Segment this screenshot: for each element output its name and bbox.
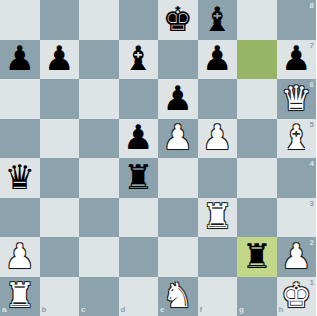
rank-label-3: 3 <box>310 200 314 208</box>
white-king-icon[interactable]: ♚ <box>281 278 311 312</box>
square-b6[interactable] <box>40 79 80 119</box>
square-f7[interactable]: ♟ <box>198 40 238 80</box>
black-bishop-icon[interactable]: ♝ <box>123 41 153 75</box>
rank-label-4: 4 <box>310 160 314 168</box>
white-pawn-icon[interactable]: ♟ <box>202 120 232 154</box>
square-f8[interactable]: ♝ <box>198 0 238 40</box>
square-e5[interactable]: ♟ <box>158 119 198 159</box>
square-c5[interactable] <box>79 119 119 159</box>
square-g2[interactable]: ♜ <box>237 237 277 277</box>
square-d1[interactable]: d <box>119 277 159 316</box>
black-rook-icon[interactable]: ♜ <box>123 160 153 194</box>
square-g1[interactable]: g <box>237 277 277 316</box>
square-b4[interactable] <box>40 158 80 198</box>
file-label-b: b <box>42 306 47 314</box>
square-d7[interactable]: ♝ <box>119 40 159 80</box>
chess-board-container: ♚♝8♟♟♝♟7♟♟6♛♟♟♟5♝♛♜4♜3♟♜2♟a♜bcde♞fg1h♚ <box>0 0 316 316</box>
black-pawn-icon[interactable]: ♟ <box>202 41 232 75</box>
square-d6[interactable] <box>119 79 159 119</box>
black-king-icon[interactable]: ♚ <box>163 2 193 36</box>
square-e3[interactable] <box>158 198 198 238</box>
square-a8[interactable] <box>0 0 40 40</box>
square-a5[interactable] <box>0 119 40 159</box>
square-g7[interactable] <box>237 40 277 80</box>
file-label-f: f <box>200 306 203 314</box>
square-h3[interactable]: 3 <box>277 198 317 238</box>
square-e2[interactable] <box>158 237 198 277</box>
white-bishop-icon[interactable]: ♝ <box>281 120 311 154</box>
square-c2[interactable] <box>79 237 119 277</box>
square-a7[interactable]: ♟ <box>0 40 40 80</box>
square-f6[interactable] <box>198 79 238 119</box>
square-e1[interactable]: e♞ <box>158 277 198 316</box>
square-h1[interactable]: 1h♚ <box>277 277 317 316</box>
file-label-c: c <box>81 306 85 314</box>
black-queen-icon[interactable]: ♛ <box>5 160 35 194</box>
square-f5[interactable]: ♟ <box>198 119 238 159</box>
square-e7[interactable] <box>158 40 198 80</box>
square-b3[interactable] <box>40 198 80 238</box>
square-a6[interactable] <box>0 79 40 119</box>
square-c4[interactable] <box>79 158 119 198</box>
white-rook-icon[interactable]: ♜ <box>202 199 232 233</box>
white-rook-icon[interactable]: ♜ <box>5 278 35 312</box>
white-pawn-icon[interactable]: ♟ <box>5 239 35 273</box>
square-b7[interactable]: ♟ <box>40 40 80 80</box>
square-h7[interactable]: 7♟ <box>277 40 317 80</box>
square-d5[interactable]: ♟ <box>119 119 159 159</box>
file-label-d: d <box>121 306 126 314</box>
square-d2[interactable] <box>119 237 159 277</box>
square-g5[interactable] <box>237 119 277 159</box>
black-pawn-icon[interactable]: ♟ <box>44 41 74 75</box>
square-g4[interactable] <box>237 158 277 198</box>
square-c8[interactable] <box>79 0 119 40</box>
square-g6[interactable] <box>237 79 277 119</box>
white-pawn-icon[interactable]: ♟ <box>163 120 193 154</box>
square-g3[interactable] <box>237 198 277 238</box>
square-d4[interactable]: ♜ <box>119 158 159 198</box>
square-h6[interactable]: 6♛ <box>277 79 317 119</box>
square-c1[interactable]: c <box>79 277 119 316</box>
white-knight-icon[interactable]: ♞ <box>163 278 193 312</box>
square-e6[interactable]: ♟ <box>158 79 198 119</box>
square-d8[interactable] <box>119 0 159 40</box>
square-c6[interactable] <box>79 79 119 119</box>
square-f1[interactable]: f <box>198 277 238 316</box>
square-c3[interactable] <box>79 198 119 238</box>
square-a3[interactable] <box>0 198 40 238</box>
white-queen-icon[interactable]: ♛ <box>281 81 311 115</box>
square-h8[interactable]: 8 <box>277 0 317 40</box>
file-label-g: g <box>239 306 244 314</box>
square-f2[interactable] <box>198 237 238 277</box>
square-b5[interactable] <box>40 119 80 159</box>
square-h5[interactable]: 5♝ <box>277 119 317 159</box>
square-f3[interactable]: ♜ <box>198 198 238 238</box>
square-a1[interactable]: a♜ <box>0 277 40 316</box>
white-pawn-icon[interactable]: ♟ <box>281 239 311 273</box>
square-e8[interactable]: ♚ <box>158 0 198 40</box>
square-h4[interactable]: 4 <box>277 158 317 198</box>
square-a4[interactable]: ♛ <box>0 158 40 198</box>
square-b2[interactable] <box>40 237 80 277</box>
black-rook-icon[interactable]: ♜ <box>242 239 272 273</box>
square-d3[interactable] <box>119 198 159 238</box>
black-pawn-icon[interactable]: ♟ <box>163 81 193 115</box>
chess-board: ♚♝8♟♟♝♟7♟♟6♛♟♟♟5♝♛♜4♜3♟♜2♟a♜bcde♞fg1h♚ <box>0 0 316 316</box>
square-h2[interactable]: 2♟ <box>277 237 317 277</box>
square-f4[interactable] <box>198 158 238 198</box>
black-pawn-icon[interactable]: ♟ <box>123 120 153 154</box>
square-b1[interactable]: b <box>40 277 80 316</box>
square-e4[interactable] <box>158 158 198 198</box>
square-a2[interactable]: ♟ <box>0 237 40 277</box>
square-b8[interactable] <box>40 0 80 40</box>
black-pawn-icon[interactable]: ♟ <box>281 41 311 75</box>
black-bishop-icon[interactable]: ♝ <box>202 2 232 36</box>
square-g8[interactable] <box>237 0 277 40</box>
square-c7[interactable] <box>79 40 119 80</box>
black-pawn-icon[interactable]: ♟ <box>5 41 35 75</box>
rank-label-8: 8 <box>310 2 314 10</box>
